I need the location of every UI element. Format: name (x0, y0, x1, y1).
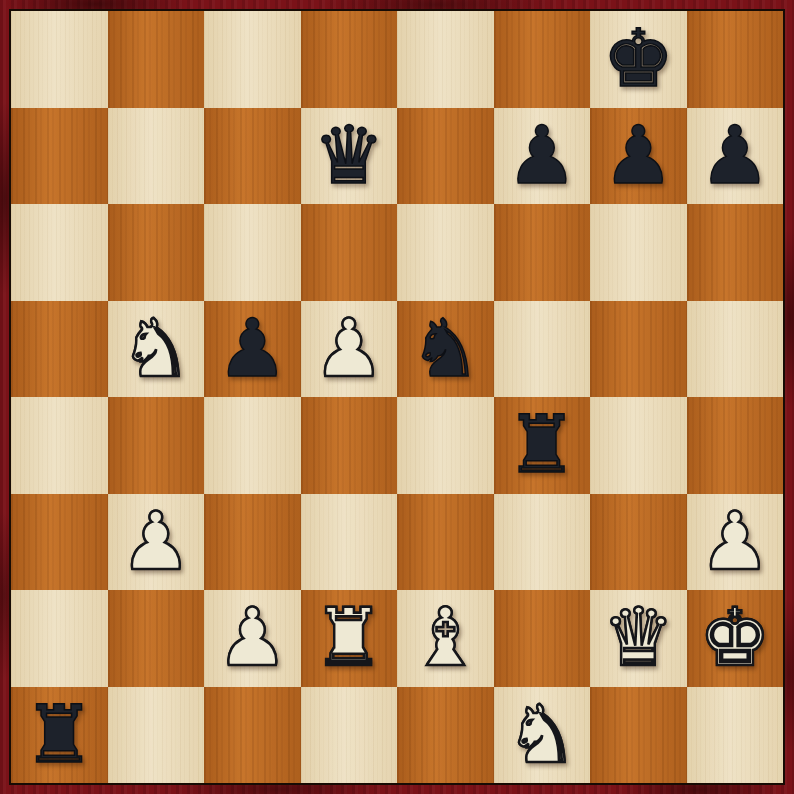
square-c3[interactable] (204, 494, 301, 591)
square-e2[interactable]: ♝ (397, 590, 494, 687)
square-c7[interactable] (204, 108, 301, 205)
square-e1[interactable] (397, 687, 494, 784)
square-f8[interactable] (494, 11, 591, 108)
square-b3[interactable]: ♟ (108, 494, 205, 591)
square-a4[interactable] (11, 397, 108, 494)
square-d8[interactable] (301, 11, 398, 108)
square-h5[interactable] (687, 301, 784, 398)
square-a7[interactable] (11, 108, 108, 205)
square-c8[interactable] (204, 11, 301, 108)
piece-white-pawn[interactable]: ♟ (699, 502, 771, 582)
piece-white-knight[interactable]: ♞ (120, 309, 192, 389)
square-h2[interactable]: ♚ (687, 590, 784, 687)
square-d3[interactable] (301, 494, 398, 591)
square-b4[interactable] (108, 397, 205, 494)
square-h3[interactable]: ♟ (687, 494, 784, 591)
square-b6[interactable] (108, 204, 205, 301)
square-c4[interactable] (204, 397, 301, 494)
piece-black-king[interactable]: ♚ (602, 19, 674, 99)
piece-black-rook[interactable]: ♜ (506, 405, 578, 485)
square-a2[interactable] (11, 590, 108, 687)
square-g2[interactable]: ♛ (590, 590, 687, 687)
square-d2[interactable]: ♜ (301, 590, 398, 687)
square-f7[interactable]: ♟ (494, 108, 591, 205)
piece-white-queen[interactable]: ♛ (602, 598, 674, 678)
square-g5[interactable] (590, 301, 687, 398)
square-a5[interactable] (11, 301, 108, 398)
piece-black-knight[interactable]: ♞ (409, 309, 481, 389)
piece-black-pawn[interactable]: ♟ (602, 116, 674, 196)
square-d7[interactable]: ♛ (301, 108, 398, 205)
square-b8[interactable] (108, 11, 205, 108)
chess-board: ♚♛♟♟♟♞♟♟♞♜♟♟♟♜♝♛♚♜♞ (9, 9, 785, 785)
square-g8[interactable]: ♚ (590, 11, 687, 108)
piece-white-knight[interactable]: ♞ (506, 695, 578, 775)
square-e3[interactable] (397, 494, 494, 591)
piece-black-rook[interactable]: ♜ (23, 695, 95, 775)
square-a3[interactable] (11, 494, 108, 591)
square-d4[interactable] (301, 397, 398, 494)
square-b7[interactable] (108, 108, 205, 205)
square-d1[interactable] (301, 687, 398, 784)
square-g3[interactable] (590, 494, 687, 591)
square-g1[interactable] (590, 687, 687, 784)
square-h4[interactable] (687, 397, 784, 494)
square-h6[interactable] (687, 204, 784, 301)
square-b2[interactable] (108, 590, 205, 687)
piece-white-pawn[interactable]: ♟ (313, 309, 385, 389)
square-g7[interactable]: ♟ (590, 108, 687, 205)
square-a6[interactable] (11, 204, 108, 301)
square-e8[interactable] (397, 11, 494, 108)
square-e5[interactable]: ♞ (397, 301, 494, 398)
square-h7[interactable]: ♟ (687, 108, 784, 205)
piece-white-king[interactable]: ♚ (699, 598, 771, 678)
square-h8[interactable] (687, 11, 784, 108)
piece-black-pawn[interactable]: ♟ (699, 116, 771, 196)
piece-white-pawn[interactable]: ♟ (216, 598, 288, 678)
square-g4[interactable] (590, 397, 687, 494)
square-d6[interactable] (301, 204, 398, 301)
square-e7[interactable] (397, 108, 494, 205)
piece-white-rook[interactable]: ♜ (313, 598, 385, 678)
square-f1[interactable]: ♞ (494, 687, 591, 784)
square-f3[interactable] (494, 494, 591, 591)
square-c2[interactable]: ♟ (204, 590, 301, 687)
piece-white-pawn[interactable]: ♟ (120, 502, 192, 582)
square-a1[interactable]: ♜ (11, 687, 108, 784)
square-e4[interactable] (397, 397, 494, 494)
piece-black-pawn[interactable]: ♟ (216, 309, 288, 389)
piece-black-pawn[interactable]: ♟ (506, 116, 578, 196)
square-d5[interactable]: ♟ (301, 301, 398, 398)
square-b1[interactable] (108, 687, 205, 784)
square-f5[interactable] (494, 301, 591, 398)
square-c1[interactable] (204, 687, 301, 784)
square-f2[interactable] (494, 590, 591, 687)
piece-white-bishop[interactable]: ♝ (409, 598, 481, 678)
square-a8[interactable] (11, 11, 108, 108)
square-c6[interactable] (204, 204, 301, 301)
square-f6[interactable] (494, 204, 591, 301)
square-h1[interactable] (687, 687, 784, 784)
square-f4[interactable]: ♜ (494, 397, 591, 494)
square-e6[interactable] (397, 204, 494, 301)
square-c5[interactable]: ♟ (204, 301, 301, 398)
board-frame: ♚♛♟♟♟♞♟♟♞♜♟♟♟♜♝♛♚♜♞ (0, 0, 794, 794)
square-g6[interactable] (590, 204, 687, 301)
square-b5[interactable]: ♞ (108, 301, 205, 398)
piece-black-queen[interactable]: ♛ (313, 116, 385, 196)
